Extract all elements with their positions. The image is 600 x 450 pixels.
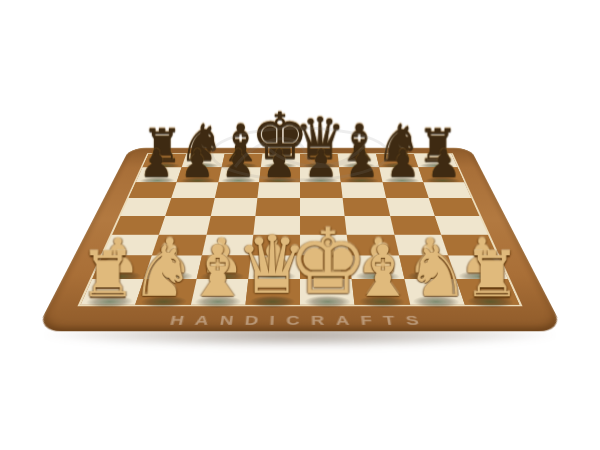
black-pawn[interactable]: ♟ (221, 145, 255, 183)
black-pawn[interactable]: ♟ (345, 145, 379, 183)
square-a6[interactable] (129, 182, 177, 198)
square-c7[interactable]: ♟ (218, 168, 261, 183)
black-pawn[interactable]: ♟ (427, 145, 461, 183)
square-b5[interactable] (166, 198, 215, 215)
square-e6[interactable] (300, 182, 343, 198)
square-e7[interactable]: ♟ (300, 168, 341, 183)
board-squares: ♜♞♝♚♛♝♞♜♟♟♟♟♟♟♟♟♟♟♟♟♟♟♟♟♜♞♝♛♚♝♞♜ (77, 153, 522, 306)
white-rook[interactable]: ♜ (464, 243, 521, 306)
edge-watermark-text: HANDICRAFTS (37, 312, 562, 327)
square-d6[interactable] (257, 182, 300, 198)
square-f7[interactable]: ♟ (339, 168, 382, 183)
square-g1[interactable]: ♞ (404, 279, 465, 305)
square-g5[interactable] (386, 198, 435, 215)
square-d7[interactable]: ♟ (259, 168, 300, 183)
square-f1[interactable]: ♝ (352, 279, 410, 305)
white-bishop[interactable]: ♝ (351, 236, 414, 307)
square-b7[interactable]: ♟ (177, 168, 221, 183)
black-pawn[interactable]: ♟ (262, 145, 296, 183)
square-h5[interactable] (429, 198, 480, 215)
black-pawn[interactable]: ♟ (386, 145, 420, 183)
square-h6[interactable] (423, 182, 471, 198)
square-e1[interactable]: ♚ (300, 279, 355, 305)
square-g6[interactable] (382, 182, 428, 198)
square-c5[interactable] (210, 198, 257, 215)
black-pawn[interactable]: ♟ (303, 145, 337, 183)
square-h7[interactable]: ♟ (418, 168, 464, 183)
white-knight[interactable]: ♞ (131, 236, 194, 307)
board-frame: ♜♞♝♚♛♝♞♜♟♟♟♟♟♟♟♟♟♟♟♟♟♟♟♟♜♞♝♛♚♝♞♜ HANDICR… (35, 148, 564, 332)
black-pawn[interactable]: ♟ (180, 145, 214, 183)
white-knight[interactable]: ♞ (406, 236, 469, 307)
white-rook[interactable]: ♜ (79, 243, 136, 306)
product-photo-scene: ♜♞♝♚♛♝♞♜♟♟♟♟♟♟♟♟♟♟♟♟♟♟♟♟♜♞♝♛♚♝♞♜ HANDICR… (0, 0, 600, 450)
black-pawn[interactable]: ♟ (139, 145, 173, 183)
chess-board: ♜♞♝♚♛♝♞♜♟♟♟♟♟♟♟♟♟♟♟♟♟♟♟♟♜♞♝♛♚♝♞♜ HANDICR… (35, 148, 564, 332)
square-a7[interactable]: ♟ (136, 168, 182, 183)
square-g7[interactable]: ♟ (379, 168, 423, 183)
square-a5[interactable] (121, 198, 172, 215)
square-f6[interactable] (341, 182, 386, 198)
square-b6[interactable] (171, 182, 217, 198)
square-c6[interactable] (214, 182, 259, 198)
square-h1[interactable]: ♜ (456, 279, 520, 305)
